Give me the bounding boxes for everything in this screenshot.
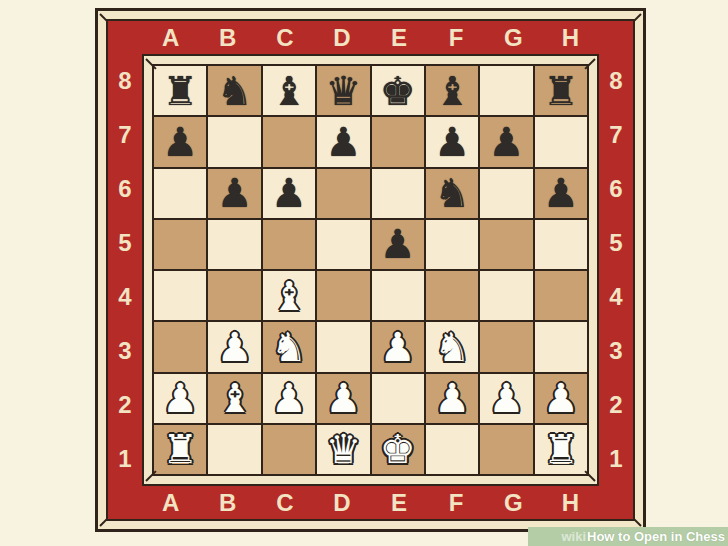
file-label-a: A — [142, 24, 199, 52]
piece-black-bishop: ♝ — [271, 71, 307, 111]
piece-black-pawn: ♟ — [434, 122, 470, 162]
page: ABCDEFGH 87654321 ♜♞♝♛♚♝♜♟♟♟♟♟♟♞♟♟♝♟♞♟♞♟… — [0, 0, 728, 546]
piece-white-pawn: ♟ — [489, 378, 525, 418]
rank-label-8: 8 — [609, 54, 622, 108]
file-label-f: F — [428, 489, 485, 517]
square-c5 — [262, 219, 316, 270]
square-f2: ♟ — [425, 373, 479, 424]
board-inner-bevel: ♜♞♝♛♚♝♜♟♟♟♟♟♟♞♟♟♝♟♞♟♞♟♝♟♟♟♟♟♜♛♚♜ — [142, 54, 599, 486]
square-e8: ♚ — [371, 65, 425, 116]
square-a1: ♜ — [153, 424, 207, 475]
square-a4 — [153, 270, 207, 321]
file-labels-bottom: ABCDEFGH — [142, 486, 599, 519]
square-h4 — [534, 270, 588, 321]
square-a6 — [153, 168, 207, 219]
square-d2: ♟ — [316, 373, 370, 424]
rank-labels-right: 87654321 — [599, 54, 633, 486]
piece-black-knight: ♞ — [434, 173, 470, 213]
square-g4 — [479, 270, 533, 321]
square-h5 — [534, 219, 588, 270]
wikihow-watermark-bar: wikiHow to Open in Chess — [528, 527, 728, 546]
square-a3 — [153, 321, 207, 372]
piece-black-rook: ♜ — [162, 71, 198, 111]
square-f3: ♞ — [425, 321, 479, 372]
square-e2 — [371, 373, 425, 424]
square-f8: ♝ — [425, 65, 479, 116]
square-g3 — [479, 321, 533, 372]
bevel-miter-bottom-left — [145, 470, 156, 481]
square-g1 — [479, 424, 533, 475]
square-e3: ♟ — [371, 321, 425, 372]
square-b5 — [207, 219, 261, 270]
file-label-d: D — [313, 24, 370, 52]
piece-black-rook: ♜ — [543, 71, 579, 111]
board-squares: ♜♞♝♛♚♝♜♟♟♟♟♟♟♞♟♟♝♟♞♟♞♟♝♟♟♟♟♟♜♛♚♜ — [152, 64, 589, 476]
square-g6 — [479, 168, 533, 219]
file-label-a: A — [142, 489, 199, 517]
square-e7 — [371, 116, 425, 167]
square-b4 — [207, 270, 261, 321]
board-red-border: ABCDEFGH 87654321 ♜♞♝♛♚♝♜♟♟♟♟♟♟♞♟♟♝♟♞♟♞♟… — [106, 19, 635, 521]
square-a7: ♟ — [153, 116, 207, 167]
square-d3 — [316, 321, 370, 372]
square-c2: ♟ — [262, 373, 316, 424]
piece-black-pawn: ♟ — [325, 122, 361, 162]
rank-label-4: 4 — [118, 270, 131, 324]
piece-black-pawn: ♟ — [162, 122, 198, 162]
rank-label-1: 1 — [609, 432, 622, 486]
square-b7 — [207, 116, 261, 167]
file-label-c: C — [256, 24, 313, 52]
piece-black-knight: ♞ — [217, 71, 253, 111]
square-g2: ♟ — [479, 373, 533, 424]
rank-label-3: 3 — [118, 324, 131, 378]
square-c4: ♝ — [262, 270, 316, 321]
piece-white-pawn: ♟ — [543, 378, 579, 418]
piece-black-pawn: ♟ — [543, 173, 579, 213]
rank-label-2: 2 — [118, 378, 131, 432]
square-a2: ♟ — [153, 373, 207, 424]
square-g5 — [479, 219, 533, 270]
file-label-h: H — [542, 24, 599, 52]
square-f7: ♟ — [425, 116, 479, 167]
wikihow-brand-text: wiki — [561, 529, 586, 544]
square-d5 — [316, 219, 370, 270]
rank-labels-left: 87654321 — [108, 54, 142, 486]
square-e6 — [371, 168, 425, 219]
file-label-e: E — [371, 489, 428, 517]
square-d1: ♛ — [316, 424, 370, 475]
file-label-f: F — [428, 24, 485, 52]
piece-black-pawn: ♟ — [217, 173, 253, 213]
square-c6: ♟ — [262, 168, 316, 219]
bevel-miter-bottom-right — [584, 470, 595, 481]
square-c7 — [262, 116, 316, 167]
square-d6 — [316, 168, 370, 219]
piece-white-rook: ♜ — [543, 429, 579, 469]
square-c3: ♞ — [262, 321, 316, 372]
square-e5: ♟ — [371, 219, 425, 270]
rank-label-7: 7 — [609, 108, 622, 162]
square-b8: ♞ — [207, 65, 261, 116]
square-b2: ♝ — [207, 373, 261, 424]
rank-label-6: 6 — [118, 162, 131, 216]
piece-white-pawn: ♟ — [162, 378, 198, 418]
file-label-e: E — [371, 24, 428, 52]
rank-label-8: 8 — [118, 54, 131, 108]
piece-black-pawn: ♟ — [271, 173, 307, 213]
square-b1 — [207, 424, 261, 475]
board-outer-frame: ABCDEFGH 87654321 ♜♞♝♛♚♝♜♟♟♟♟♟♟♞♟♟♝♟♞♟♞♟… — [95, 8, 646, 532]
square-h3 — [534, 321, 588, 372]
file-label-h: H — [542, 489, 599, 517]
square-f6: ♞ — [425, 168, 479, 219]
file-labels-top: ABCDEFGH — [142, 21, 599, 54]
rank-label-1: 1 — [118, 432, 131, 486]
file-label-g: G — [485, 489, 542, 517]
rank-label-7: 7 — [118, 108, 131, 162]
piece-white-bishop: ♝ — [271, 276, 307, 316]
square-f5 — [425, 219, 479, 270]
rank-label-5: 5 — [118, 216, 131, 270]
square-h8: ♜ — [534, 65, 588, 116]
square-b3: ♟ — [207, 321, 261, 372]
square-c1 — [262, 424, 316, 475]
square-f1 — [425, 424, 479, 475]
square-h6: ♟ — [534, 168, 588, 219]
square-a5 — [153, 219, 207, 270]
rank-label-4: 4 — [609, 270, 622, 324]
square-d4 — [316, 270, 370, 321]
piece-black-bishop: ♝ — [434, 71, 470, 111]
square-f4 — [425, 270, 479, 321]
piece-white-king: ♚ — [380, 429, 416, 469]
square-e4 — [371, 270, 425, 321]
watermark-title-text: How to Open in Chess — [587, 529, 725, 544]
file-label-c: C — [256, 489, 313, 517]
rank-label-3: 3 — [609, 324, 622, 378]
piece-white-bishop: ♝ — [217, 378, 253, 418]
piece-black-king: ♚ — [380, 71, 416, 111]
square-h1: ♜ — [534, 424, 588, 475]
file-label-d: D — [313, 489, 370, 517]
square-e1: ♚ — [371, 424, 425, 475]
square-h2: ♟ — [534, 373, 588, 424]
file-label-b: B — [199, 24, 256, 52]
piece-white-pawn: ♟ — [325, 378, 361, 418]
square-a8: ♜ — [153, 65, 207, 116]
square-c8: ♝ — [262, 65, 316, 116]
file-label-g: G — [485, 24, 542, 52]
square-g8 — [479, 65, 533, 116]
piece-white-knight: ♞ — [434, 327, 470, 367]
piece-white-pawn: ♟ — [434, 378, 470, 418]
piece-white-pawn: ♟ — [380, 327, 416, 367]
square-h7 — [534, 116, 588, 167]
piece-black-pawn: ♟ — [489, 122, 525, 162]
piece-white-queen: ♛ — [325, 429, 361, 469]
rank-label-2: 2 — [609, 378, 622, 432]
piece-black-pawn: ♟ — [380, 224, 416, 264]
piece-black-queen: ♛ — [325, 71, 361, 111]
square-d7: ♟ — [316, 116, 370, 167]
piece-white-pawn: ♟ — [271, 378, 307, 418]
piece-white-rook: ♜ — [162, 429, 198, 469]
rank-label-5: 5 — [609, 216, 622, 270]
file-label-b: B — [199, 489, 256, 517]
piece-white-pawn: ♟ — [217, 327, 253, 367]
square-b6: ♟ — [207, 168, 261, 219]
chessboard: ABCDEFGH 87654321 ♜♞♝♛♚♝♜♟♟♟♟♟♟♞♟♟♝♟♞♟♞♟… — [95, 8, 646, 532]
rank-label-6: 6 — [609, 162, 622, 216]
piece-white-knight: ♞ — [271, 327, 307, 367]
square-d8: ♛ — [316, 65, 370, 116]
square-g7: ♟ — [479, 116, 533, 167]
